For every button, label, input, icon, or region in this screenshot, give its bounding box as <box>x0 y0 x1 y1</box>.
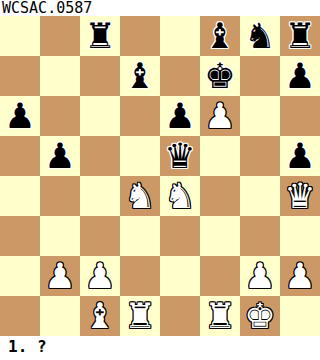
square-f1[interactable]: ♜ <box>200 296 240 336</box>
square-f6[interactable]: ♟ <box>200 96 240 136</box>
square-c3[interactable] <box>80 216 120 256</box>
square-c1[interactable]: ♝ <box>80 296 120 336</box>
square-b6[interactable] <box>40 96 80 136</box>
black-rook: ♜ <box>284 16 315 56</box>
square-b8[interactable] <box>40 16 80 56</box>
square-g6[interactable] <box>240 96 280 136</box>
square-c6[interactable] <box>80 96 120 136</box>
black-queen: ♛ <box>164 136 195 176</box>
white-bishop: ♝ <box>84 296 115 336</box>
square-d6[interactable] <box>120 96 160 136</box>
square-a1[interactable] <box>0 296 40 336</box>
square-a3[interactable] <box>0 216 40 256</box>
black-bishop: ♝ <box>204 16 235 56</box>
square-h5[interactable]: ♟ <box>280 136 320 176</box>
square-f5[interactable] <box>200 136 240 176</box>
square-h8[interactable]: ♜ <box>280 16 320 56</box>
black-pawn: ♟ <box>4 96 35 136</box>
square-h4[interactable]: ♛ <box>280 176 320 216</box>
square-e1[interactable] <box>160 296 200 336</box>
square-c7[interactable] <box>80 56 120 96</box>
square-g7[interactable] <box>240 56 280 96</box>
black-pawn: ♟ <box>44 136 75 176</box>
square-g8[interactable]: ♞ <box>240 16 280 56</box>
square-b7[interactable] <box>40 56 80 96</box>
square-d7[interactable]: ♝ <box>120 56 160 96</box>
white-pawn: ♟ <box>44 256 75 296</box>
square-a8[interactable] <box>0 16 40 56</box>
square-h1[interactable] <box>280 296 320 336</box>
square-c8[interactable]: ♜ <box>80 16 120 56</box>
square-g1[interactable]: ♚ <box>240 296 280 336</box>
square-b3[interactable] <box>40 216 80 256</box>
black-rook: ♜ <box>84 16 115 56</box>
square-e6[interactable]: ♟ <box>160 96 200 136</box>
square-h6[interactable] <box>280 96 320 136</box>
chess-board: ♜♝♞♜♝♚♟♟♟♟♟♛♟♞♞♛♟♟♟♟♝♜♜♚ <box>0 16 320 336</box>
white-rook: ♜ <box>124 296 155 336</box>
black-pawn: ♟ <box>284 136 315 176</box>
square-a7[interactable] <box>0 56 40 96</box>
square-e3[interactable] <box>160 216 200 256</box>
black-bishop: ♝ <box>124 56 155 96</box>
white-king: ♚ <box>244 296 275 336</box>
black-king: ♚ <box>204 56 235 96</box>
square-g2[interactable]: ♟ <box>240 256 280 296</box>
square-f8[interactable]: ♝ <box>200 16 240 56</box>
square-c2[interactable]: ♟ <box>80 256 120 296</box>
square-c4[interactable] <box>80 176 120 216</box>
square-b1[interactable] <box>40 296 80 336</box>
white-knight: ♞ <box>164 176 195 216</box>
white-pawn: ♟ <box>204 96 235 136</box>
square-c5[interactable] <box>80 136 120 176</box>
square-d1[interactable]: ♜ <box>120 296 160 336</box>
square-e4[interactable]: ♞ <box>160 176 200 216</box>
white-queen: ♛ <box>284 176 315 216</box>
diagram-title: WCSAC.0587 <box>0 0 320 16</box>
black-knight: ♞ <box>244 16 275 56</box>
square-f4[interactable] <box>200 176 240 216</box>
square-e2[interactable] <box>160 256 200 296</box>
square-d2[interactable] <box>120 256 160 296</box>
square-b5[interactable]: ♟ <box>40 136 80 176</box>
square-f7[interactable]: ♚ <box>200 56 240 96</box>
square-f3[interactable] <box>200 216 240 256</box>
black-pawn: ♟ <box>284 56 315 96</box>
square-a4[interactable] <box>0 176 40 216</box>
square-b4[interactable] <box>40 176 80 216</box>
move-prompt: 1. ? <box>0 336 320 360</box>
white-pawn: ♟ <box>284 256 315 296</box>
square-g4[interactable] <box>240 176 280 216</box>
black-pawn: ♟ <box>164 96 195 136</box>
square-e5[interactable]: ♛ <box>160 136 200 176</box>
white-knight: ♞ <box>124 176 155 216</box>
square-h7[interactable]: ♟ <box>280 56 320 96</box>
square-h2[interactable]: ♟ <box>280 256 320 296</box>
white-pawn: ♟ <box>84 256 115 296</box>
square-d3[interactable] <box>120 216 160 256</box>
white-pawn: ♟ <box>244 256 275 296</box>
square-a2[interactable] <box>0 256 40 296</box>
square-g3[interactable] <box>240 216 280 256</box>
square-d4[interactable]: ♞ <box>120 176 160 216</box>
square-f2[interactable] <box>200 256 240 296</box>
square-e7[interactable] <box>160 56 200 96</box>
square-h3[interactable] <box>280 216 320 256</box>
square-d8[interactable] <box>120 16 160 56</box>
white-rook: ♜ <box>204 296 235 336</box>
square-b2[interactable]: ♟ <box>40 256 80 296</box>
square-g5[interactable] <box>240 136 280 176</box>
square-a5[interactable] <box>0 136 40 176</box>
square-a6[interactable]: ♟ <box>0 96 40 136</box>
square-e8[interactable] <box>160 16 200 56</box>
square-d5[interactable] <box>120 136 160 176</box>
